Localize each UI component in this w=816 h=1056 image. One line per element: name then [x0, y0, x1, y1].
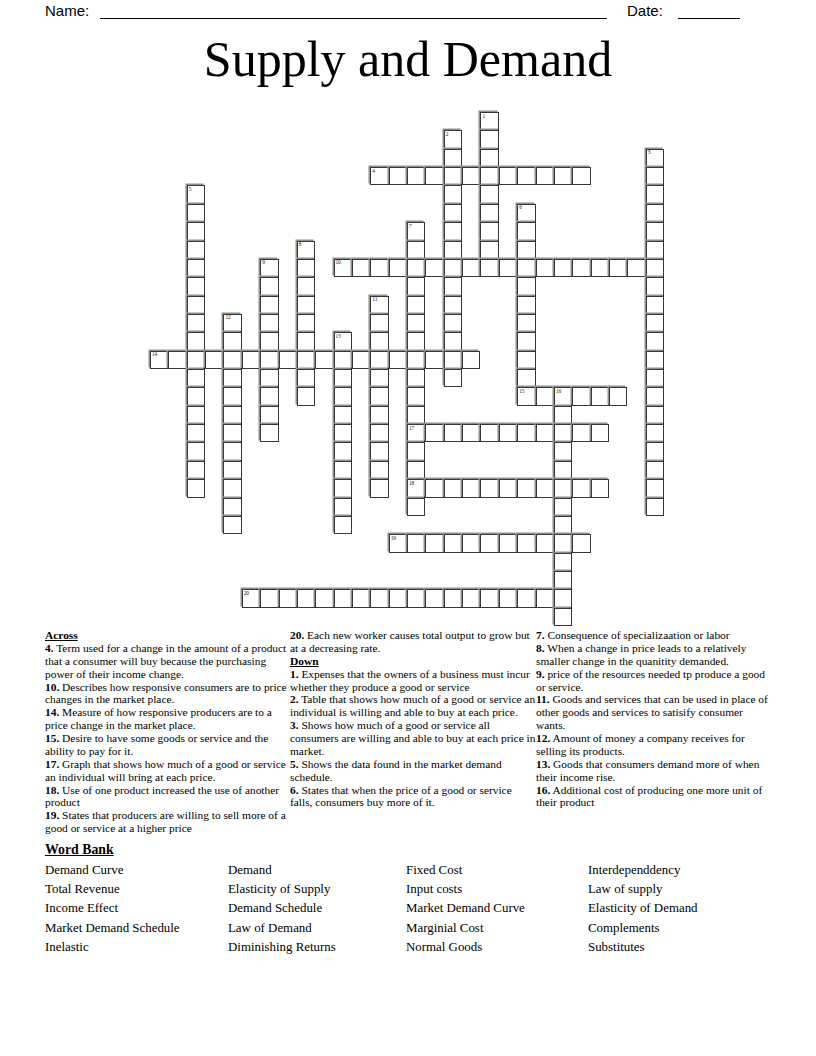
grid-cell[interactable]: [370, 351, 388, 369]
word-bank-item: Demand Schedule: [228, 899, 336, 918]
grid-cell[interactable]: [407, 277, 425, 295]
grid-cell[interactable]: [407, 167, 425, 185]
grid-cell[interactable]: [334, 442, 352, 460]
clues-heading-across: Across: [45, 629, 292, 642]
grid-cell[interactable]: 9: [260, 259, 278, 277]
clue-number: 7: [409, 223, 412, 229]
word-bank-item: Elasticity of Supply: [228, 880, 336, 899]
grid-cell[interactable]: [334, 369, 352, 387]
grid-cell[interactable]: 18: [407, 479, 425, 497]
clue-number: 13: [336, 333, 341, 339]
grid-cell[interactable]: [554, 442, 572, 460]
grid-cell[interactable]: [370, 424, 388, 442]
grid-cell[interactable]: [187, 296, 205, 314]
grid-cell[interactable]: [444, 424, 462, 442]
grid-cell[interactable]: [407, 259, 425, 277]
grid-cell[interactable]: [646, 222, 664, 240]
grid-cell[interactable]: 11: [370, 296, 388, 314]
grid-cell[interactable]: [407, 442, 425, 460]
grid-cell[interactable]: [187, 277, 205, 295]
word-bank-column: DemandElasticity of SupplyDemand Schedul…: [228, 861, 336, 957]
clue-number: 6: [519, 204, 522, 210]
page-title: Supply and Demand: [0, 30, 816, 88]
grid-cell[interactable]: [554, 571, 572, 589]
grid-cell[interactable]: [462, 479, 480, 497]
grid-cell[interactable]: [223, 351, 241, 369]
clue-item-16-down: 16. Additional cost of producing one mor…: [536, 784, 774, 810]
grid-cell[interactable]: [187, 332, 205, 350]
grid-cell[interactable]: [187, 204, 205, 222]
grid-cell[interactable]: [187, 387, 205, 405]
grid-cell[interactable]: [462, 259, 480, 277]
grid-cell[interactable]: [536, 259, 554, 277]
grid-cell[interactable]: [168, 351, 186, 369]
grid-cell[interactable]: [370, 314, 388, 332]
clue-number: 17: [409, 425, 414, 431]
grid-cell[interactable]: [334, 479, 352, 497]
grid-cell[interactable]: [591, 479, 609, 497]
grid-cell[interactable]: [554, 516, 572, 534]
grid-cell[interactable]: [444, 314, 462, 332]
clue-number: 1: [482, 113, 485, 119]
grid-cell[interactable]: [646, 479, 664, 497]
grid-cell[interactable]: [370, 332, 388, 350]
grid-cell[interactable]: [517, 277, 535, 295]
grid-cell[interactable]: [370, 387, 388, 405]
word-bank-heading: Word Bank: [45, 842, 114, 858]
grid-cell[interactable]: [646, 351, 664, 369]
grid-cell[interactable]: 8: [297, 241, 315, 259]
grid-cell[interactable]: [352, 589, 370, 607]
grid-cell[interactable]: [187, 369, 205, 387]
grid-cell[interactable]: [187, 314, 205, 332]
clue-number: 19: [391, 535, 396, 541]
grid-cell[interactable]: [370, 479, 388, 497]
clue-number: 4: [372, 168, 375, 174]
grid-cell[interactable]: [407, 314, 425, 332]
grid-cell[interactable]: [425, 351, 443, 369]
grid-cell[interactable]: [554, 259, 572, 277]
grid-cell[interactable]: [425, 534, 443, 552]
word-bank-item: Diminishing Returns: [228, 938, 336, 957]
grid-cell[interactable]: [517, 314, 535, 332]
grid-cell[interactable]: [517, 479, 535, 497]
grid-cell[interactable]: [187, 222, 205, 240]
word-bank-item: Input costs: [406, 880, 525, 899]
word-bank-item: Substitutes: [588, 938, 698, 957]
clue-item-4-across: 4. Term used for a change in the amount …: [45, 642, 292, 681]
clue-item-12-down: 12. Amount of money a company receives f…: [536, 732, 774, 758]
grid-cell[interactable]: [407, 241, 425, 259]
word-bank-column: Fixed CostInput costsMarket Demand Curve…: [406, 861, 525, 957]
grid-cell[interactable]: [297, 351, 315, 369]
grid-cell[interactable]: [370, 259, 388, 277]
grid-cell[interactable]: [554, 534, 572, 552]
grid-cell[interactable]: [444, 351, 462, 369]
grid-cell[interactable]: [462, 424, 480, 442]
grid-cell[interactable]: [572, 479, 590, 497]
grid-cell[interactable]: [334, 406, 352, 424]
grid-cell[interactable]: [646, 259, 664, 277]
grid-cell[interactable]: [554, 479, 572, 497]
grid-cell[interactable]: [260, 314, 278, 332]
grid-cell[interactable]: [554, 589, 572, 607]
grid-cell[interactable]: [370, 442, 388, 460]
word-bank-item: Law of supply: [588, 880, 698, 899]
word-bank-item: Interdependdency: [588, 861, 698, 880]
grid-cell[interactable]: [223, 369, 241, 387]
grid-cell[interactable]: [260, 387, 278, 405]
grid-cell[interactable]: [352, 351, 370, 369]
grid-cell[interactable]: [536, 387, 554, 405]
clue-item-5-down: 5. Shows the data found in the market de…: [290, 758, 536, 784]
grid-cell[interactable]: [315, 589, 333, 607]
clue-item-13-down: 13. Goods that consumers demand more of …: [536, 758, 774, 784]
grid-cell[interactable]: [370, 369, 388, 387]
grid-cell[interactable]: [297, 387, 315, 405]
grid-cell[interactable]: [517, 241, 535, 259]
grid-cell[interactable]: 3: [646, 149, 664, 167]
grid-cell[interactable]: [297, 332, 315, 350]
grid-cell[interactable]: [297, 277, 315, 295]
grid-cell[interactable]: [389, 167, 407, 185]
clue-number: 15: [519, 388, 524, 394]
grid-cell[interactable]: [297, 259, 315, 277]
grid-cell[interactable]: [444, 332, 462, 350]
grid-cell[interactable]: [480, 259, 498, 277]
grid-cell[interactable]: [370, 589, 388, 607]
grid-cell[interactable]: [334, 498, 352, 516]
grid-cell[interactable]: [297, 369, 315, 387]
grid-cell[interactable]: [646, 369, 664, 387]
grid-cell[interactable]: [187, 442, 205, 460]
grid-cell[interactable]: [260, 296, 278, 314]
grid-cell[interactable]: [407, 296, 425, 314]
grid-cell[interactable]: [223, 479, 241, 497]
word-bank-column: Demand CurveTotal RevenueIncome EffectMa…: [45, 861, 180, 957]
grid-cell[interactable]: [444, 534, 462, 552]
grid-cell[interactable]: [407, 461, 425, 479]
grid-cell[interactable]: 4: [370, 167, 388, 185]
grid-cell[interactable]: [260, 351, 278, 369]
grid-cell[interactable]: [425, 424, 443, 442]
grid-cell[interactable]: [370, 406, 388, 424]
grid-cell[interactable]: [646, 461, 664, 479]
grid-cell[interactable]: [517, 332, 535, 350]
word-bank-item: Total Revenue: [45, 880, 180, 899]
grid-cell[interactable]: 16: [554, 387, 572, 405]
grid-cell[interactable]: [352, 259, 370, 277]
grid-cell[interactable]: [260, 589, 278, 607]
clue-number: 3: [648, 149, 651, 155]
grid-cell[interactable]: [223, 442, 241, 460]
word-bank-item: Marginial Cost: [406, 919, 525, 938]
grid-cell[interactable]: [536, 479, 554, 497]
grid-cell[interactable]: [480, 130, 498, 148]
grid-cell[interactable]: [627, 259, 645, 277]
grid-cell[interactable]: [554, 167, 572, 185]
grid-cell[interactable]: [425, 167, 443, 185]
grid-cell[interactable]: [187, 461, 205, 479]
grid-cell[interactable]: [223, 461, 241, 479]
word-bank-item: Inelastic: [45, 938, 180, 957]
grid-cell[interactable]: [260, 406, 278, 424]
grid-cell[interactable]: [444, 167, 462, 185]
clue-item-2-down: 2. Table that shows how much of a good o…: [290, 693, 536, 719]
grid-cell[interactable]: [389, 259, 407, 277]
grid-cell[interactable]: 1: [480, 112, 498, 130]
grid-cell[interactable]: [444, 204, 462, 222]
grid-cell[interactable]: [297, 314, 315, 332]
grid-cell[interactable]: [646, 167, 664, 185]
grid-cell[interactable]: [646, 498, 664, 516]
word-bank-item: Demand Curve: [45, 861, 180, 880]
grid-cell[interactable]: [444, 369, 462, 387]
word-bank-item: Fixed Cost: [406, 861, 525, 880]
clue-item-8-down: 8. When a change in price leads to a rel…: [536, 642, 774, 668]
grid-cell[interactable]: [554, 461, 572, 479]
grid-cell[interactable]: [425, 479, 443, 497]
grid-cell[interactable]: [609, 259, 627, 277]
grid-cell[interactable]: [444, 589, 462, 607]
grid-cell[interactable]: 20: [242, 589, 260, 607]
grid-cell[interactable]: [407, 406, 425, 424]
grid-cell[interactable]: [334, 461, 352, 479]
word-bank-item: Normal Goods: [406, 938, 525, 957]
grid-cell[interactable]: [499, 479, 517, 497]
grid-cell[interactable]: [480, 589, 498, 607]
clue-item-6-down: 6. States that when the price of a good …: [290, 784, 536, 810]
clue-number: 14: [152, 351, 157, 357]
grid-cell[interactable]: [260, 277, 278, 295]
grid-cell[interactable]: [591, 387, 609, 405]
clue-item-3-down: 3. Shows how much of a good or service a…: [290, 719, 536, 758]
grid-cell[interactable]: [499, 259, 517, 277]
grid-cell[interactable]: [407, 589, 425, 607]
grid-cell[interactable]: [425, 589, 443, 607]
grid-cell[interactable]: [480, 185, 498, 203]
word-bank-item: Income Effect: [45, 899, 180, 918]
grid-cell[interactable]: [572, 259, 590, 277]
grid-cell[interactable]: [462, 351, 480, 369]
clue-item-10-across: 10. Describes how responsive consumers a…: [45, 681, 292, 707]
clue-number: 12: [225, 314, 230, 320]
grid-cell[interactable]: [517, 222, 535, 240]
grid-cell[interactable]: 14: [150, 351, 168, 369]
grid-cell[interactable]: [554, 424, 572, 442]
grid-cell[interactable]: [223, 387, 241, 405]
grid-cell[interactable]: 10: [334, 259, 352, 277]
clue-number: 18: [409, 480, 414, 486]
word-bank-column: InterdependdencyLaw of supplyElasticity …: [588, 861, 698, 957]
grid-cell[interactable]: [646, 314, 664, 332]
grid-cell[interactable]: [591, 259, 609, 277]
date-blank-line[interactable]: [678, 17, 740, 19]
grid-cell[interactable]: [462, 589, 480, 607]
grid-cell[interactable]: 6: [517, 204, 535, 222]
clue-number: 5: [189, 186, 192, 192]
clues-heading-down: Down: [290, 655, 536, 668]
grid-cell[interactable]: 2: [444, 130, 462, 148]
word-bank-item: Elasticity of Demand: [588, 899, 698, 918]
grid-cell[interactable]: [242, 351, 260, 369]
grid-cell[interactable]: [646, 204, 664, 222]
grid-cell[interactable]: [517, 259, 535, 277]
grid-cell[interactable]: [554, 553, 572, 571]
grid-cell[interactable]: [554, 498, 572, 516]
grid-cell[interactable]: [187, 479, 205, 497]
grid-cell[interactable]: [591, 424, 609, 442]
grid-cell[interactable]: [279, 351, 297, 369]
grid-cell[interactable]: [425, 259, 443, 277]
grid-cell[interactable]: [499, 167, 517, 185]
clue-number: 9: [262, 259, 265, 265]
grid-cell[interactable]: [480, 149, 498, 167]
clue-column-middle: 20. Each new worker causes total output …: [290, 629, 536, 809]
grid-cell[interactable]: [646, 277, 664, 295]
grid-cell[interactable]: [389, 351, 407, 369]
grid-cell[interactable]: [572, 167, 590, 185]
grid-cell[interactable]: [646, 424, 664, 442]
word-bank-item: Law of Demand: [228, 919, 336, 938]
grid-cell[interactable]: [462, 167, 480, 185]
grid-cell[interactable]: [444, 149, 462, 167]
grid-cell[interactable]: [480, 534, 498, 552]
grid-cell[interactable]: [480, 424, 498, 442]
clue-item-18-across: 18. Use of one product increased the use…: [45, 784, 292, 810]
grid-cell[interactable]: [223, 516, 241, 534]
word-bank-item: Complements: [588, 919, 698, 938]
grid-cell[interactable]: [297, 296, 315, 314]
grid-cell[interactable]: [223, 498, 241, 516]
grid-cell[interactable]: [646, 442, 664, 460]
grid-cell[interactable]: [187, 259, 205, 277]
grid-cell[interactable]: [315, 351, 333, 369]
grid-cell[interactable]: [297, 589, 315, 607]
grid-cell[interactable]: [407, 534, 425, 552]
grid-cell[interactable]: [517, 534, 535, 552]
grid-cell[interactable]: [517, 424, 535, 442]
clue-number: 10: [336, 259, 341, 265]
clue-column-across: Across4. Term used for a change in the a…: [45, 629, 292, 835]
grid-cell[interactable]: [370, 461, 388, 479]
grid-cell[interactable]: [536, 424, 554, 442]
grid-cell[interactable]: [646, 185, 664, 203]
grid-cell[interactable]: [260, 369, 278, 387]
grid-cell[interactable]: [334, 516, 352, 534]
grid-cell[interactable]: [407, 369, 425, 387]
grid-cell[interactable]: [646, 387, 664, 405]
grid-cell[interactable]: [646, 296, 664, 314]
grid-cell[interactable]: [517, 167, 535, 185]
grid-cell[interactable]: [572, 387, 590, 405]
grid-cell[interactable]: [536, 534, 554, 552]
grid-cell[interactable]: 17: [407, 424, 425, 442]
clue-item-15-across: 15. Desire to have some goods or service…: [45, 732, 292, 758]
grid-cell[interactable]: [480, 479, 498, 497]
grid-cell[interactable]: [407, 351, 425, 369]
grid-cell[interactable]: [462, 534, 480, 552]
clue-number: 2: [446, 131, 449, 137]
grid-cell[interactable]: [444, 259, 462, 277]
grid-cell[interactable]: [223, 406, 241, 424]
grid-cell[interactable]: [444, 222, 462, 240]
grid-cell[interactable]: [444, 185, 462, 203]
clue-number: 11: [372, 296, 377, 302]
grid-cell[interactable]: [646, 241, 664, 259]
grid-cell[interactable]: [407, 387, 425, 405]
grid-cell[interactable]: [554, 608, 572, 626]
clue-item-20-across: 20. Each new worker causes total output …: [290, 629, 536, 655]
grid-cell[interactable]: [260, 424, 278, 442]
clue-item-19-across: 19. States that producers are willing to…: [45, 809, 292, 835]
grid-cell[interactable]: [389, 589, 407, 607]
grid-cell[interactable]: [499, 424, 517, 442]
grid-cell[interactable]: [334, 387, 352, 405]
grid-cell[interactable]: [407, 332, 425, 350]
grid-cell[interactable]: [187, 406, 205, 424]
grid-cell[interactable]: [187, 424, 205, 442]
grid-cell[interactable]: 13: [334, 332, 352, 350]
clue-item-7-down: 7. Consequence of specializaation or lab…: [536, 629, 774, 642]
grid-cell[interactable]: [444, 241, 462, 259]
grid-cell[interactable]: [536, 167, 554, 185]
grid-cell[interactable]: [480, 167, 498, 185]
grid-cell[interactable]: [187, 241, 205, 259]
grid-cell[interactable]: [223, 332, 241, 350]
grid-cell[interactable]: 7: [407, 222, 425, 240]
grid-cell[interactable]: [646, 332, 664, 350]
grid-cell[interactable]: [517, 589, 535, 607]
word-bank-item: Demand: [228, 861, 336, 880]
grid-cell[interactable]: 19: [389, 534, 407, 552]
grid-cell[interactable]: [536, 589, 554, 607]
grid-cell[interactable]: [554, 406, 572, 424]
grid-cell[interactable]: 12: [223, 314, 241, 332]
grid-cell[interactable]: [480, 222, 498, 240]
grid-cell[interactable]: [187, 351, 205, 369]
grid-cell[interactable]: [499, 534, 517, 552]
grid-cell[interactable]: [407, 498, 425, 516]
clue-item-1-down: 1. Expenses that the owners of a busines…: [290, 668, 536, 694]
grid-cell[interactable]: [517, 296, 535, 314]
grid-cell[interactable]: [480, 241, 498, 259]
grid-cell[interactable]: [260, 332, 278, 350]
clue-item-9-down: 9. price of the resources needed tp prod…: [536, 668, 774, 694]
grid-cell[interactable]: 15: [517, 387, 535, 405]
grid-cell[interactable]: [334, 589, 352, 607]
grid-cell[interactable]: [609, 387, 627, 405]
grid-cell[interactable]: [572, 424, 590, 442]
grid-cell[interactable]: [223, 424, 241, 442]
grid-cell[interactable]: [517, 351, 535, 369]
grid-cell[interactable]: [279, 589, 297, 607]
grid-cell[interactable]: 5: [187, 185, 205, 203]
word-bank-item: Market Demand Curve: [406, 899, 525, 918]
grid-cell[interactable]: [499, 589, 517, 607]
grid-cell[interactable]: [205, 351, 223, 369]
grid-cell[interactable]: [646, 406, 664, 424]
name-blank-line[interactable]: [100, 17, 607, 19]
grid-cell[interactable]: [444, 479, 462, 497]
grid-cell[interactable]: [480, 204, 498, 222]
grid-cell[interactable]: [444, 277, 462, 295]
grid-cell[interactable]: [572, 534, 590, 552]
grid-cell[interactable]: [334, 424, 352, 442]
grid-cell[interactable]: [517, 369, 535, 387]
grid-cell[interactable]: [334, 351, 352, 369]
grid-cell[interactable]: [444, 296, 462, 314]
